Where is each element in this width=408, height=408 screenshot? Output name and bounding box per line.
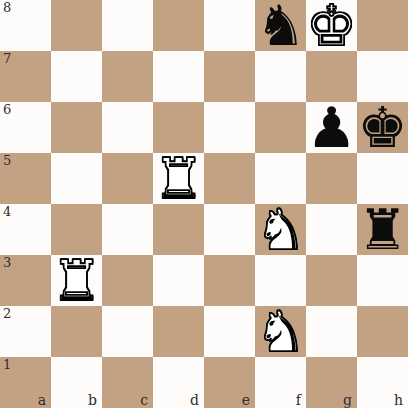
square-e5[interactable]: [204, 153, 255, 204]
square-d4[interactable]: [153, 204, 204, 255]
square-h2[interactable]: [357, 306, 408, 357]
file-label-f: f: [296, 393, 301, 408]
rank-label-8: 8: [3, 0, 11, 16]
square-d5[interactable]: ♜: [153, 153, 204, 204]
square-a2[interactable]: 2: [0, 306, 51, 357]
square-g4[interactable]: [306, 204, 357, 255]
square-f7[interactable]: [255, 51, 306, 102]
white-rook[interactable]: ♜: [153, 153, 204, 204]
file-label-h: h: [394, 393, 403, 408]
file-label-a: a: [38, 393, 46, 408]
rank-label-4: 4: [3, 204, 11, 220]
square-h4[interactable]: ♜: [357, 204, 408, 255]
rank-label-6: 6: [3, 102, 11, 118]
white-king[interactable]: ♚: [306, 0, 357, 51]
square-f1[interactable]: f: [255, 357, 306, 408]
square-f8[interactable]: ♞: [255, 0, 306, 51]
black-rook[interactable]: ♜: [357, 204, 408, 255]
square-g3[interactable]: [306, 255, 357, 306]
square-c8[interactable]: [102, 0, 153, 51]
square-e1[interactable]: e: [204, 357, 255, 408]
square-a7[interactable]: 7: [0, 51, 51, 102]
square-g8[interactable]: ♚: [306, 0, 357, 51]
square-h3[interactable]: [357, 255, 408, 306]
black-pawn[interactable]: ♟: [306, 102, 357, 153]
square-b7[interactable]: [51, 51, 102, 102]
square-d7[interactable]: [153, 51, 204, 102]
square-c2[interactable]: [102, 306, 153, 357]
square-d8[interactable]: [153, 0, 204, 51]
black-knight[interactable]: ♞: [255, 0, 306, 51]
square-d1[interactable]: d: [153, 357, 204, 408]
rank-label-2: 2: [3, 306, 11, 322]
square-b3[interactable]: ♜: [51, 255, 102, 306]
square-a6[interactable]: 6: [0, 102, 51, 153]
square-h6[interactable]: ♚: [357, 102, 408, 153]
square-e8[interactable]: [204, 0, 255, 51]
square-g2[interactable]: [306, 306, 357, 357]
square-f6[interactable]: [255, 102, 306, 153]
rank-label-5: 5: [3, 153, 11, 169]
square-e6[interactable]: [204, 102, 255, 153]
square-c1[interactable]: c: [102, 357, 153, 408]
file-label-g: g: [343, 393, 352, 408]
square-b6[interactable]: [51, 102, 102, 153]
file-label-c: c: [140, 393, 148, 408]
chess-board: 8♞♚76♟♚5♜4♞♜3♜2♞1abcdefgh: [0, 0, 408, 408]
file-label-d: d: [190, 393, 199, 408]
file-label-e: e: [242, 393, 250, 408]
square-e3[interactable]: [204, 255, 255, 306]
square-a5[interactable]: 5: [0, 153, 51, 204]
rank-label-7: 7: [3, 51, 11, 67]
square-h8[interactable]: [357, 0, 408, 51]
square-h1[interactable]: h: [357, 357, 408, 408]
square-b8[interactable]: [51, 0, 102, 51]
square-b1[interactable]: b: [51, 357, 102, 408]
square-c6[interactable]: [102, 102, 153, 153]
white-knight[interactable]: ♞: [255, 306, 306, 357]
square-g5[interactable]: [306, 153, 357, 204]
square-d2[interactable]: [153, 306, 204, 357]
square-e2[interactable]: [204, 306, 255, 357]
white-rook[interactable]: ♜: [51, 255, 102, 306]
square-c3[interactable]: [102, 255, 153, 306]
rank-label-1: 1: [3, 357, 11, 373]
square-a8[interactable]: 8: [0, 0, 51, 51]
square-c4[interactable]: [102, 204, 153, 255]
square-e4[interactable]: [204, 204, 255, 255]
white-knight[interactable]: ♞: [255, 204, 306, 255]
square-f2[interactable]: ♞: [255, 306, 306, 357]
square-c7[interactable]: [102, 51, 153, 102]
square-e7[interactable]: [204, 51, 255, 102]
square-d3[interactable]: [153, 255, 204, 306]
square-a4[interactable]: 4: [0, 204, 51, 255]
file-label-b: b: [88, 393, 97, 408]
square-g1[interactable]: g: [306, 357, 357, 408]
rank-label-3: 3: [3, 255, 11, 271]
square-b5[interactable]: [51, 153, 102, 204]
square-b2[interactable]: [51, 306, 102, 357]
black-king[interactable]: ♚: [357, 102, 408, 153]
square-a3[interactable]: 3: [0, 255, 51, 306]
square-c5[interactable]: [102, 153, 153, 204]
square-f4[interactable]: ♞: [255, 204, 306, 255]
square-g6[interactable]: ♟: [306, 102, 357, 153]
square-a1[interactable]: 1a: [0, 357, 51, 408]
